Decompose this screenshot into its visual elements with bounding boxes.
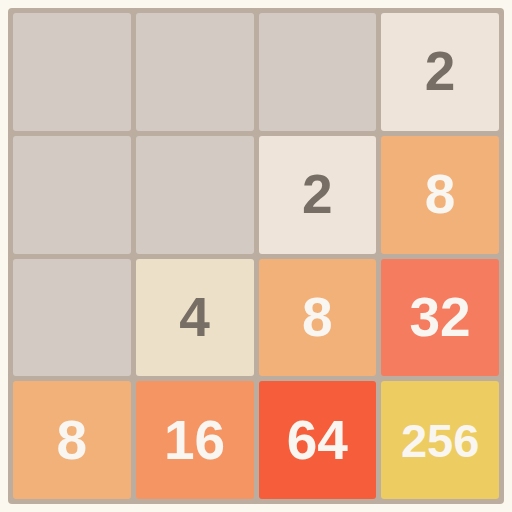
empty-cell-r2c1 — [13, 136, 131, 254]
tile-256-r4c4: 256 — [381, 381, 499, 499]
tile-4-r3c2: 4 — [136, 259, 254, 377]
empty-cell-r2c2 — [136, 136, 254, 254]
tile-8-r4c1: 8 — [13, 381, 131, 499]
empty-cell-r1c1 — [13, 13, 131, 131]
tile-2-r1c4: 2 — [381, 13, 499, 131]
tile-64-r4c3: 64 — [259, 381, 377, 499]
game-2048-page: 228483281664256 — [0, 0, 512, 512]
tile-16-r4c2: 16 — [136, 381, 254, 499]
tile-2-r2c3: 2 — [259, 136, 377, 254]
2048-board[interactable]: 228483281664256 — [8, 8, 504, 504]
tile-8-r3c3: 8 — [259, 259, 377, 377]
tile-32-r3c4: 32 — [381, 259, 499, 377]
empty-cell-r1c2 — [136, 13, 254, 131]
empty-cell-r3c1 — [13, 259, 131, 377]
empty-cell-r1c3 — [259, 13, 377, 131]
tile-8-r2c4: 8 — [381, 136, 499, 254]
